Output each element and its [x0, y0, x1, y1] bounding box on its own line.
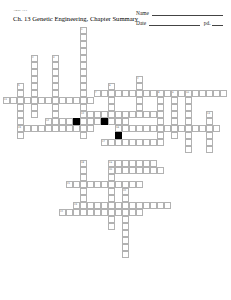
grid-cell[interactable]: 23	[73, 202, 80, 209]
grid-cell[interactable]	[101, 90, 108, 97]
black-cell	[101, 118, 108, 125]
clue-number: 15	[18, 126, 21, 128]
grid-cell[interactable]	[80, 76, 87, 83]
grid-cell[interactable]	[73, 97, 80, 104]
grid-cell[interactable]	[80, 195, 87, 202]
clue-number: 12	[81, 112, 84, 114]
page-title: Ch. 13 Genetic Engineering, Chapter Summ…	[13, 15, 138, 23]
grid-cell[interactable]	[108, 202, 115, 209]
grid-cell[interactable]	[94, 118, 101, 125]
grid-cell[interactable]	[136, 97, 143, 104]
grid-cell[interactable]	[178, 125, 185, 132]
grid-cell[interactable]	[122, 209, 129, 216]
grid-cell[interactable]	[31, 83, 38, 90]
grid-cell[interactable]	[122, 90, 129, 97]
grid-cell[interactable]	[185, 111, 192, 118]
grid-cell[interactable]	[31, 90, 38, 97]
grid-cell[interactable]	[213, 90, 220, 97]
grid-cell[interactable]	[108, 209, 115, 216]
grid-cell[interactable]	[59, 125, 66, 132]
grid-cell[interactable]	[213, 125, 220, 132]
name-label: Name	[136, 10, 152, 16]
grid-cell[interactable]	[115, 181, 122, 188]
grid-cell[interactable]	[157, 111, 164, 118]
grid-cell[interactable]: 19	[108, 160, 115, 167]
grid-cell[interactable]	[136, 167, 143, 174]
grid-cell[interactable]	[80, 41, 87, 48]
grid-cell[interactable]	[80, 83, 87, 90]
grid-cell[interactable]	[171, 104, 178, 111]
grid-cell[interactable]	[129, 167, 136, 174]
grid-cell[interactable]	[136, 202, 143, 209]
grid-cell[interactable]: 4	[136, 76, 143, 83]
grid-cell[interactable]	[157, 97, 164, 104]
date-label: Date	[136, 20, 149, 26]
clue-number: 10	[186, 91, 189, 93]
clue-number: 11	[4, 98, 7, 100]
grid-cell[interactable]	[150, 202, 157, 209]
grid-cell[interactable]	[150, 167, 157, 174]
grid-cell[interactable]	[52, 118, 59, 125]
grid-cell[interactable]	[122, 195, 129, 202]
grid-cell[interactable]	[108, 195, 115, 202]
grid-cell[interactable]	[115, 209, 122, 216]
grid-cell[interactable]	[52, 97, 59, 104]
clue-number: 13	[207, 112, 210, 114]
grid-cell[interactable]	[31, 111, 38, 118]
grid-cell[interactable]	[143, 90, 150, 97]
grid-cell[interactable]	[52, 76, 59, 83]
grid-cell[interactable]	[185, 118, 192, 125]
grid-cell[interactable]	[87, 209, 94, 216]
grid-cell[interactable]	[171, 125, 178, 132]
grid-cell[interactable]	[185, 146, 192, 153]
grid-cell[interactable]	[129, 181, 136, 188]
date-row: Date pd.	[136, 19, 223, 26]
clue-number: 3	[53, 56, 55, 58]
grid-cell[interactable]	[122, 216, 129, 223]
grid-cell[interactable]: 13	[206, 111, 213, 118]
grid-cell[interactable]	[157, 118, 164, 125]
grid-cell[interactable]	[52, 125, 59, 132]
grid-cell[interactable]	[115, 202, 122, 209]
grid-cell[interactable]	[122, 160, 129, 167]
grid-cell[interactable]	[171, 132, 178, 139]
grid-cell[interactable]	[31, 97, 38, 104]
clue-number: 6	[109, 84, 111, 86]
grid-cell[interactable]	[66, 97, 73, 104]
grid-cell[interactable]	[157, 167, 164, 174]
grid-cell[interactable]	[143, 111, 150, 118]
grid-cell[interactable]	[108, 174, 115, 181]
grid-cell[interactable]	[87, 97, 94, 104]
grid-cell[interactable]	[17, 111, 24, 118]
grid-cell[interactable]	[122, 118, 129, 125]
grid-cell[interactable]	[115, 160, 122, 167]
clue-number: 16	[116, 126, 119, 128]
grid-cell[interactable]	[45, 125, 52, 132]
grid-cell[interactable]	[80, 69, 87, 76]
grid-cell[interactable]	[108, 90, 115, 97]
grid-cell[interactable]	[52, 62, 59, 69]
grid-cell[interactable]: 8	[157, 90, 164, 97]
grid-cell[interactable]	[17, 118, 24, 125]
date-blank-line[interactable]	[149, 19, 200, 26]
grid-cell[interactable]	[136, 181, 143, 188]
grid-cell[interactable]	[101, 202, 108, 209]
grid-cell[interactable]	[108, 118, 115, 125]
grid-cell[interactable]	[24, 97, 31, 104]
grid-cell[interactable]	[66, 209, 73, 216]
grid-cell[interactable]	[122, 237, 129, 244]
grid-cell[interactable]	[143, 167, 150, 174]
grid-cell[interactable]	[80, 34, 87, 41]
grid-cell[interactable]	[122, 230, 129, 237]
grid-cell[interactable]	[80, 125, 87, 132]
grid-cell[interactable]	[206, 132, 213, 139]
grid-cell[interactable]	[136, 111, 143, 118]
grid-cell[interactable]	[129, 111, 136, 118]
grid-cell[interactable]	[80, 174, 87, 181]
grid-cell[interactable]	[164, 202, 171, 209]
grid-cell[interactable]: 5	[17, 83, 24, 90]
grid-cell[interactable]	[80, 90, 87, 97]
grid-cell[interactable]	[115, 139, 122, 146]
grid-cell[interactable]	[157, 139, 164, 146]
grid-cell[interactable]	[66, 125, 73, 132]
grid-cell[interactable]	[101, 209, 108, 216]
grid-cell[interactable]: 20	[108, 167, 115, 174]
grid-cell[interactable]	[157, 104, 164, 111]
grid-cell[interactable]	[136, 160, 143, 167]
grid-cell[interactable]: 2	[31, 55, 38, 62]
grid-cell[interactable]	[115, 90, 122, 97]
grid-cell[interactable]	[31, 69, 38, 76]
grid-cell[interactable]	[150, 160, 157, 167]
clue-number: 2	[32, 56, 34, 58]
grid-cell[interactable]	[108, 181, 115, 188]
grid-cell[interactable]	[115, 167, 122, 174]
clue-number: 18	[81, 161, 84, 163]
grid-cell[interactable]	[66, 118, 73, 125]
grid-cell[interactable]	[143, 202, 150, 209]
grid-cell[interactable]	[80, 97, 87, 104]
grid-cell[interactable]	[129, 139, 136, 146]
grid-cell[interactable]: 14	[45, 118, 52, 125]
grid-cell[interactable]	[129, 90, 136, 97]
grid-cell[interactable]: 1	[80, 27, 87, 34]
grid-cell[interactable]: 9	[171, 90, 178, 97]
grid-cell[interactable]: 24	[59, 209, 66, 216]
clue-number: 20	[109, 168, 112, 170]
grid-cell[interactable]	[129, 209, 136, 216]
grid-cell[interactable]	[122, 167, 129, 174]
clue-number: 23	[74, 203, 77, 205]
grid-cell[interactable]: 22	[122, 188, 129, 195]
grid-cell[interactable]	[178, 90, 185, 97]
grid-cell[interactable]	[122, 111, 129, 118]
grid-cell[interactable]: 7	[94, 90, 101, 97]
grid-cell[interactable]: 17	[101, 139, 108, 146]
clue-number: 9	[172, 91, 174, 93]
grid-cell[interactable]	[129, 125, 136, 132]
grid-cell[interactable]	[150, 139, 157, 146]
grid-cell[interactable]	[143, 125, 150, 132]
grid-cell[interactable]	[206, 90, 213, 97]
grid-cell[interactable]: 18	[80, 160, 87, 167]
name-row: Name	[136, 9, 223, 16]
grid-cell[interactable]: 3	[52, 55, 59, 62]
grid-cell[interactable]	[136, 125, 143, 132]
grid-cell[interactable]	[122, 181, 129, 188]
clue-number: 8	[158, 91, 160, 93]
grid-cell[interactable]	[101, 181, 108, 188]
grid-cell[interactable]	[171, 111, 178, 118]
clue-number: 22	[123, 189, 126, 191]
grid-cell[interactable]: 10	[185, 90, 192, 97]
grid-cell[interactable]	[185, 125, 192, 132]
grid-cell[interactable]	[52, 90, 59, 97]
grid-cell[interactable]	[108, 188, 115, 195]
grid-cell[interactable]	[108, 97, 115, 104]
clue-number: 5	[18, 84, 20, 86]
worksheet-page: ABIU ALL Ch. 13 Genetic Engineering, Cha…	[0, 0, 231, 300]
grid-cell[interactable]	[52, 111, 59, 118]
grid-cell[interactable]	[199, 90, 206, 97]
grid-cell[interactable]	[206, 125, 213, 132]
grid-cell[interactable]	[73, 209, 80, 216]
grid-cell[interactable]	[80, 118, 87, 125]
grid-cell[interactable]	[31, 76, 38, 83]
grid-cell[interactable]	[108, 104, 115, 111]
grid-cell[interactable]	[164, 90, 171, 97]
grid-cell[interactable]	[94, 209, 101, 216]
grid-cell[interactable]	[80, 55, 87, 62]
grid-cell[interactable]	[136, 139, 143, 146]
grid-cell[interactable]	[157, 132, 164, 139]
course-code-text: ABIU ALL	[13, 9, 28, 12]
grid-cell[interactable]	[143, 139, 150, 146]
grid-cell[interactable]: 6	[108, 83, 115, 90]
grid-cell[interactable]	[157, 202, 164, 209]
crossword-grid: 123456789101112131415161718192021222324	[3, 27, 227, 258]
grid-cell[interactable]	[45, 97, 52, 104]
clue-number: 17	[102, 140, 105, 142]
grid-cell[interactable]	[122, 139, 129, 146]
grid-cell[interactable]	[10, 97, 17, 104]
grid-cell[interactable]	[122, 223, 129, 230]
grid-cell[interactable]	[80, 48, 87, 55]
grid-cell[interactable]	[94, 111, 101, 118]
grid-cell[interactable]	[73, 125, 80, 132]
grid-cell[interactable]	[206, 118, 213, 125]
grid-cell[interactable]	[52, 69, 59, 76]
grid-cell[interactable]	[101, 111, 108, 118]
grid-cell[interactable]	[206, 139, 213, 146]
grid-cell[interactable]	[150, 111, 157, 118]
grid-cell[interactable]	[206, 146, 213, 153]
grid-cell[interactable]	[52, 104, 59, 111]
grid-cell[interactable]: 11	[3, 97, 10, 104]
grid-cell[interactable]	[31, 62, 38, 69]
grid-cell[interactable]	[59, 118, 66, 125]
grid-cell[interactable]	[52, 83, 59, 90]
grid-cell[interactable]	[136, 90, 143, 97]
grid-cell[interactable]	[164, 125, 171, 132]
grid-cell[interactable]	[122, 244, 129, 251]
grid-cell[interactable]	[80, 202, 87, 209]
period-label: pd.	[200, 20, 212, 26]
name-blank-line[interactable]	[152, 9, 223, 16]
grid-cell[interactable]	[94, 181, 101, 188]
grid-cell[interactable]	[73, 181, 80, 188]
grid-cell[interactable]	[185, 132, 192, 139]
grid-cell[interactable]	[108, 223, 115, 230]
grid-cell[interactable]	[31, 125, 38, 132]
grid-cell[interactable]: 21	[66, 181, 73, 188]
grid-cell[interactable]	[157, 125, 164, 132]
grid-cell[interactable]	[185, 97, 192, 104]
clue-number: 14	[46, 119, 49, 121]
grid-cell[interactable]	[17, 132, 24, 139]
clue-number: 21	[67, 182, 70, 184]
period-blank-line[interactable]	[212, 19, 223, 26]
grid-cell[interactable]: 15	[17, 125, 24, 132]
grid-cell[interactable]	[122, 202, 129, 209]
grid-cell[interactable]	[115, 111, 122, 118]
grid-cell[interactable]	[122, 125, 129, 132]
grid-cell[interactable]	[80, 62, 87, 69]
grid-cell[interactable]	[87, 111, 94, 118]
grid-cell[interactable]	[87, 125, 94, 132]
grid-cell[interactable]	[87, 118, 94, 125]
grid-cell[interactable]: 16	[115, 125, 122, 132]
grid-cell[interactable]	[192, 90, 199, 97]
grid-cell[interactable]	[59, 97, 66, 104]
grid-cell[interactable]	[136, 83, 143, 90]
grid-cell[interactable]	[38, 97, 45, 104]
black-cell	[73, 118, 80, 125]
grid-cell[interactable]	[171, 118, 178, 125]
grid-cell[interactable]	[129, 202, 136, 209]
grid-cell[interactable]	[199, 125, 206, 132]
grid-cell[interactable]	[150, 125, 157, 132]
grid-cell[interactable]	[185, 139, 192, 146]
grid-cell[interactable]	[80, 188, 87, 195]
grid-cell[interactable]	[87, 181, 94, 188]
grid-cell[interactable]	[80, 104, 87, 111]
grid-cell[interactable]	[31, 104, 38, 111]
clue-number: 4	[137, 77, 139, 79]
black-cell	[115, 132, 122, 139]
clue-number: 1	[81, 28, 83, 30]
grid-cell[interactable]	[108, 111, 115, 118]
grid-cell[interactable]	[171, 97, 178, 104]
name-date-block: Name Date pd.	[136, 9, 223, 28]
grid-cell[interactable]	[94, 202, 101, 209]
grid-cell[interactable]	[24, 125, 31, 132]
grid-cell[interactable]	[87, 202, 94, 209]
grid-cell[interactable]	[17, 104, 24, 111]
grid-cell[interactable]	[80, 209, 87, 216]
grid-cell[interactable]	[80, 167, 87, 174]
clue-number: 24	[60, 210, 63, 212]
grid-cell[interactable]	[122, 251, 129, 258]
clue-number: 19	[109, 161, 112, 163]
grid-cell[interactable]	[115, 118, 122, 125]
grid-cell[interactable]	[143, 160, 150, 167]
grid-cell[interactable]	[38, 125, 45, 132]
clue-number: 7	[95, 91, 97, 93]
grid-cell[interactable]	[80, 181, 87, 188]
grid-cell[interactable]	[150, 90, 157, 97]
grid-cell[interactable]: 12	[80, 111, 87, 118]
grid-cell[interactable]	[129, 160, 136, 167]
grid-cell[interactable]	[220, 90, 227, 97]
grid-cell[interactable]	[136, 209, 143, 216]
grid-cell[interactable]	[80, 132, 87, 139]
grid-cell[interactable]	[136, 104, 143, 111]
grid-cell[interactable]	[17, 97, 24, 104]
grid-cell[interactable]	[17, 90, 24, 97]
grid-cell[interactable]	[185, 104, 192, 111]
grid-cell[interactable]	[108, 139, 115, 146]
grid-cell[interactable]	[108, 216, 115, 223]
grid-cell[interactable]	[192, 125, 199, 132]
